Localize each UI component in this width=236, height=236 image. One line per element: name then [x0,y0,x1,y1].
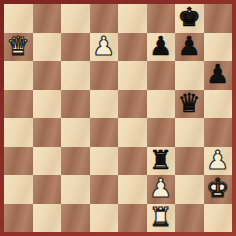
square-h6[interactable]: ♟ [204,61,233,90]
square-f5[interactable] [147,90,176,119]
piece-white-pawn[interactable]: ♟ [92,32,115,61]
square-e8[interactable] [118,4,147,33]
square-d1[interactable] [90,204,119,233]
square-b7[interactable] [33,33,62,62]
square-b8[interactable] [33,4,62,33]
piece-black-queen[interactable]: ♛ [178,89,201,118]
square-a3[interactable] [4,147,33,176]
piece-white-rook[interactable]: ♜ [149,203,172,232]
square-e6[interactable] [118,61,147,90]
square-e7[interactable] [118,33,147,62]
square-e5[interactable] [118,90,147,119]
square-c8[interactable] [61,4,90,33]
square-h7[interactable] [204,33,233,62]
square-a1[interactable] [4,204,33,233]
square-d7[interactable]: ♟ [90,33,119,62]
square-c1[interactable] [61,204,90,233]
square-b2[interactable] [33,175,62,204]
square-f3[interactable]: ♜ [147,147,176,176]
square-a8[interactable] [4,4,33,33]
square-d4[interactable] [90,118,119,147]
chess-board: ♚♛♟♟♟♟♛♜♟♟♚♜ [4,4,232,232]
square-f1[interactable]: ♜ [147,204,176,233]
square-f4[interactable] [147,118,176,147]
square-d2[interactable] [90,175,119,204]
square-g4[interactable] [175,118,204,147]
piece-white-king[interactable]: ♚ [206,174,229,203]
square-c7[interactable] [61,33,90,62]
square-e1[interactable] [118,204,147,233]
square-a5[interactable] [4,90,33,119]
piece-black-pawn[interactable]: ♟ [178,32,201,61]
piece-black-rook[interactable]: ♜ [149,146,172,175]
square-g3[interactable] [175,147,204,176]
piece-black-pawn[interactable]: ♟ [149,32,172,61]
square-g6[interactable] [175,61,204,90]
square-b6[interactable] [33,61,62,90]
square-g5[interactable]: ♛ [175,90,204,119]
square-h4[interactable] [204,118,233,147]
square-h5[interactable] [204,90,233,119]
square-b1[interactable] [33,204,62,233]
square-g7[interactable]: ♟ [175,33,204,62]
square-g2[interactable] [175,175,204,204]
square-c4[interactable] [61,118,90,147]
piece-white-queen[interactable]: ♛ [7,32,30,61]
square-e3[interactable] [118,147,147,176]
square-f7[interactable]: ♟ [147,33,176,62]
square-c3[interactable] [61,147,90,176]
square-d8[interactable] [90,4,119,33]
piece-black-pawn[interactable]: ♟ [206,60,229,89]
square-b4[interactable] [33,118,62,147]
piece-white-pawn[interactable]: ♟ [149,174,172,203]
square-e4[interactable] [118,118,147,147]
square-e2[interactable] [118,175,147,204]
square-g8[interactable]: ♚ [175,4,204,33]
square-d3[interactable] [90,147,119,176]
square-d6[interactable] [90,61,119,90]
piece-black-king[interactable]: ♚ [178,3,201,32]
square-c6[interactable] [61,61,90,90]
square-b5[interactable] [33,90,62,119]
square-a6[interactable] [4,61,33,90]
board-frame: ♚♛♟♟♟♟♛♜♟♟♚♜ [0,0,236,236]
square-a4[interactable] [4,118,33,147]
piece-white-pawn[interactable]: ♟ [206,146,229,175]
square-b3[interactable] [33,147,62,176]
square-c2[interactable] [61,175,90,204]
square-f6[interactable] [147,61,176,90]
square-h2[interactable]: ♚ [204,175,233,204]
square-a2[interactable] [4,175,33,204]
square-f2[interactable]: ♟ [147,175,176,204]
square-h8[interactable] [204,4,233,33]
square-a7[interactable]: ♛ [4,33,33,62]
square-c5[interactable] [61,90,90,119]
square-h3[interactable]: ♟ [204,147,233,176]
square-g1[interactable] [175,204,204,233]
square-f8[interactable] [147,4,176,33]
square-d5[interactable] [90,90,119,119]
square-h1[interactable] [204,204,233,233]
